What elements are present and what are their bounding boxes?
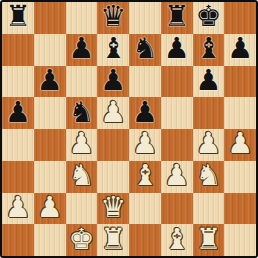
piece-white-bishop[interactable]: ♝ <box>132 161 158 190</box>
piece-white-bishop[interactable]: ♝ <box>164 225 190 254</box>
square-d4[interactable] <box>97 129 129 161</box>
square-b7[interactable] <box>34 34 66 66</box>
square-b2[interactable]: ♟ <box>34 193 66 225</box>
square-h1[interactable] <box>224 224 256 256</box>
piece-white-pawn[interactable]: ♟ <box>68 129 94 158</box>
square-b1[interactable] <box>34 224 66 256</box>
square-c8[interactable] <box>66 2 98 34</box>
square-f5[interactable] <box>161 97 193 129</box>
square-c2[interactable] <box>66 193 98 225</box>
square-g7[interactable]: ♝ <box>193 34 225 66</box>
piece-black-queen[interactable]: ♛ <box>100 2 126 31</box>
square-c6[interactable] <box>66 66 98 98</box>
square-a7[interactable] <box>2 34 34 66</box>
piece-white-pawn[interactable]: ♟ <box>195 129 221 158</box>
square-f7[interactable]: ♟ <box>161 34 193 66</box>
square-d7[interactable]: ♝ <box>97 34 129 66</box>
square-f4[interactable] <box>161 129 193 161</box>
square-a1[interactable] <box>2 224 34 256</box>
piece-white-pawn[interactable]: ♟ <box>132 129 158 158</box>
square-h7[interactable]: ♟ <box>224 34 256 66</box>
square-b8[interactable] <box>34 2 66 34</box>
piece-black-pawn[interactable]: ♟ <box>164 34 190 63</box>
piece-black-pawn[interactable]: ♟ <box>132 98 158 127</box>
square-g6[interactable]: ♟ <box>193 66 225 98</box>
square-c7[interactable]: ♟ <box>66 34 98 66</box>
piece-white-queen[interactable]: ♛ <box>100 193 126 222</box>
square-f1[interactable]: ♝ <box>161 224 193 256</box>
piece-black-rook[interactable]: ♜ <box>5 2 31 31</box>
piece-white-knight[interactable]: ♞ <box>68 161 94 190</box>
square-e2[interactable] <box>129 193 161 225</box>
piece-black-bishop[interactable]: ♝ <box>195 34 221 63</box>
square-d2[interactable]: ♛ <box>97 193 129 225</box>
piece-white-pawn[interactable]: ♟ <box>5 193 31 222</box>
square-g3[interactable]: ♞ <box>193 161 225 193</box>
square-d3[interactable] <box>97 161 129 193</box>
square-e5[interactable]: ♟ <box>129 97 161 129</box>
square-f3[interactable]: ♟ <box>161 161 193 193</box>
square-a6[interactable] <box>2 66 34 98</box>
piece-black-pawn[interactable]: ♟ <box>100 66 126 95</box>
board-grid: ♜♛♜♚♟♝♞♟♝♟♟♟♟♟♞♟♟♟♟♟♟♞♝♟♞♟♟♛♚♜♝♜ <box>2 2 256 256</box>
square-h3[interactable] <box>224 161 256 193</box>
piece-white-pawn[interactable]: ♟ <box>227 129 253 158</box>
square-b6[interactable]: ♟ <box>34 66 66 98</box>
square-d8[interactable]: ♛ <box>97 2 129 34</box>
piece-black-pawn[interactable]: ♟ <box>227 34 253 63</box>
square-c5[interactable]: ♞ <box>66 97 98 129</box>
piece-black-rook[interactable]: ♜ <box>164 2 190 31</box>
piece-black-bishop[interactable]: ♝ <box>100 34 126 63</box>
square-e1[interactable] <box>129 224 161 256</box>
piece-black-pawn[interactable]: ♟ <box>37 66 63 95</box>
square-b4[interactable] <box>34 129 66 161</box>
square-a3[interactable] <box>2 161 34 193</box>
square-e6[interactable] <box>129 66 161 98</box>
piece-black-pawn[interactable]: ♟ <box>68 34 94 63</box>
piece-black-knight[interactable]: ♞ <box>132 34 158 63</box>
square-f2[interactable] <box>161 193 193 225</box>
piece-white-rook[interactable]: ♜ <box>195 225 221 254</box>
square-e8[interactable] <box>129 2 161 34</box>
square-h2[interactable] <box>224 193 256 225</box>
square-c3[interactable]: ♞ <box>66 161 98 193</box>
square-d6[interactable]: ♟ <box>97 66 129 98</box>
piece-black-pawn[interactable]: ♟ <box>195 66 221 95</box>
piece-white-rook[interactable]: ♜ <box>100 225 126 254</box>
square-a4[interactable] <box>2 129 34 161</box>
piece-black-pawn[interactable]: ♟ <box>5 98 31 127</box>
square-d1[interactable]: ♜ <box>97 224 129 256</box>
square-d5[interactable]: ♟ <box>97 97 129 129</box>
square-h6[interactable] <box>224 66 256 98</box>
piece-white-pawn[interactable]: ♟ <box>164 161 190 190</box>
piece-black-king[interactable]: ♚ <box>195 2 221 31</box>
square-c1[interactable]: ♚ <box>66 224 98 256</box>
square-h4[interactable]: ♟ <box>224 129 256 161</box>
piece-white-pawn[interactable]: ♟ <box>100 98 126 127</box>
square-f6[interactable] <box>161 66 193 98</box>
square-e4[interactable]: ♟ <box>129 129 161 161</box>
chess-board: ♜♛♜♚♟♝♞♟♝♟♟♟♟♟♞♟♟♟♟♟♟♞♝♟♞♟♟♛♚♜♝♜ <box>0 0 258 258</box>
square-e3[interactable]: ♝ <box>129 161 161 193</box>
square-g8[interactable]: ♚ <box>193 2 225 34</box>
square-b5[interactable] <box>34 97 66 129</box>
square-g4[interactable]: ♟ <box>193 129 225 161</box>
square-a5[interactable]: ♟ <box>2 97 34 129</box>
square-g5[interactable] <box>193 97 225 129</box>
square-c4[interactable]: ♟ <box>66 129 98 161</box>
square-g1[interactable]: ♜ <box>193 224 225 256</box>
square-h8[interactable] <box>224 2 256 34</box>
square-e7[interactable]: ♞ <box>129 34 161 66</box>
piece-black-knight[interactable]: ♞ <box>68 98 94 127</box>
square-h5[interactable] <box>224 97 256 129</box>
square-a2[interactable]: ♟ <box>2 193 34 225</box>
square-g2[interactable] <box>193 193 225 225</box>
piece-white-knight[interactable]: ♞ <box>195 161 221 190</box>
piece-white-king[interactable]: ♚ <box>68 225 94 254</box>
square-b3[interactable] <box>34 161 66 193</box>
piece-white-pawn[interactable]: ♟ <box>37 193 63 222</box>
square-a8[interactable]: ♜ <box>2 2 34 34</box>
square-f8[interactable]: ♜ <box>161 2 193 34</box>
